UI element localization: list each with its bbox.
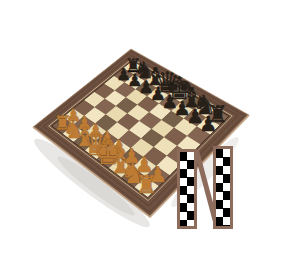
- logo-left-checker-bar: [177, 149, 197, 229]
- piece-white-rook-h1: ♜: [135, 170, 158, 199]
- logo-right-checker-bar: [213, 146, 233, 229]
- chess-set-photo: ♜♞♝♛♚♝♞♜♟♟♟♟♟♟♟♟♟♟♟♟♟♟♟♟♜♞♝♛♚♝♞♜: [0, 0, 292, 261]
- piece-black-pawn-h7: ♟: [199, 112, 217, 136]
- checkered-n-logo: [177, 146, 233, 228]
- chess-board: ♜♞♝♛♚♝♞♜♟♟♟♟♟♟♟♟♟♟♟♟♟♟♟♟♜♞♝♛♚♝♞♜: [0, 0, 292, 261]
